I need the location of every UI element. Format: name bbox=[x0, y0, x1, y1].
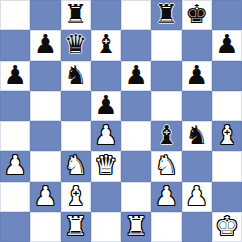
square-c6[interactable]: ♞ bbox=[61, 61, 91, 91]
square-b8[interactable] bbox=[30, 0, 60, 30]
white-queen-d3[interactable]: ♛ bbox=[94, 152, 117, 178]
square-c3[interactable]: ♞ bbox=[61, 151, 91, 181]
square-f7[interactable] bbox=[151, 30, 181, 60]
square-d8[interactable] bbox=[91, 0, 121, 30]
white-rook-e1[interactable]: ♜ bbox=[124, 213, 147, 239]
square-a1[interactable] bbox=[0, 212, 30, 242]
square-f6[interactable] bbox=[151, 61, 181, 91]
square-d5[interactable]: ♟ bbox=[91, 91, 121, 121]
square-c4[interactable] bbox=[61, 121, 91, 151]
square-e1[interactable]: ♜ bbox=[121, 212, 151, 242]
square-b7[interactable]: ♟ bbox=[30, 30, 60, 60]
black-pawn-b7[interactable]: ♟ bbox=[34, 31, 57, 57]
square-b6[interactable] bbox=[30, 61, 60, 91]
white-king-h1[interactable]: ♚ bbox=[215, 213, 238, 239]
black-pawn-a6[interactable]: ♟ bbox=[3, 62, 26, 88]
square-h7[interactable]: ♟ bbox=[212, 30, 242, 60]
black-bishop-d7[interactable]: ♝ bbox=[94, 31, 117, 57]
square-g8[interactable]: ♚ bbox=[182, 0, 212, 30]
square-d6[interactable] bbox=[91, 61, 121, 91]
square-f4[interactable]: ♝ bbox=[151, 121, 181, 151]
square-h1[interactable]: ♚ bbox=[212, 212, 242, 242]
square-c1[interactable]: ♜ bbox=[61, 212, 91, 242]
square-e3[interactable] bbox=[121, 151, 151, 181]
square-f3[interactable]: ♞ bbox=[151, 151, 181, 181]
black-pawn-e6[interactable]: ♟ bbox=[124, 62, 147, 88]
square-a5[interactable] bbox=[0, 91, 30, 121]
square-a3[interactable]: ♟ bbox=[0, 151, 30, 181]
square-e4[interactable] bbox=[121, 121, 151, 151]
square-a7[interactable] bbox=[0, 30, 30, 60]
white-pawn-f2[interactable]: ♟ bbox=[155, 183, 178, 209]
black-king-g8[interactable]: ♚ bbox=[185, 1, 208, 27]
square-a8[interactable] bbox=[0, 0, 30, 30]
square-g2[interactable]: ♟ bbox=[182, 182, 212, 212]
square-d3[interactable]: ♛ bbox=[91, 151, 121, 181]
square-g7[interactable] bbox=[182, 30, 212, 60]
square-h6[interactable] bbox=[212, 61, 242, 91]
white-pawn-d4[interactable]: ♟ bbox=[94, 122, 117, 148]
white-bishop-c2[interactable]: ♝ bbox=[64, 183, 87, 209]
black-bishop-f4[interactable]: ♝ bbox=[155, 122, 178, 148]
black-pawn-h7[interactable]: ♟ bbox=[215, 31, 238, 57]
black-queen-c7[interactable]: ♛ bbox=[64, 31, 87, 57]
square-h3[interactable] bbox=[212, 151, 242, 181]
black-rook-c8[interactable]: ♜ bbox=[64, 1, 87, 27]
square-c5[interactable] bbox=[61, 91, 91, 121]
square-a2[interactable] bbox=[0, 182, 30, 212]
black-pawn-g6[interactable]: ♟ bbox=[185, 62, 208, 88]
square-e7[interactable] bbox=[121, 30, 151, 60]
square-g6[interactable]: ♟ bbox=[182, 61, 212, 91]
square-c2[interactable]: ♝ bbox=[61, 182, 91, 212]
square-b5[interactable] bbox=[30, 91, 60, 121]
square-e8[interactable] bbox=[121, 0, 151, 30]
square-b1[interactable] bbox=[30, 212, 60, 242]
square-g5[interactable] bbox=[182, 91, 212, 121]
black-knight-g4[interactable]: ♞ bbox=[185, 122, 208, 148]
square-g3[interactable] bbox=[182, 151, 212, 181]
square-e2[interactable] bbox=[121, 182, 151, 212]
square-e6[interactable]: ♟ bbox=[121, 61, 151, 91]
square-d7[interactable]: ♝ bbox=[91, 30, 121, 60]
square-d1[interactable] bbox=[91, 212, 121, 242]
black-rook-f8[interactable]: ♜ bbox=[155, 1, 178, 27]
square-h8[interactable] bbox=[212, 0, 242, 30]
square-a4[interactable] bbox=[0, 121, 30, 151]
square-a6[interactable]: ♟ bbox=[0, 61, 30, 91]
square-f8[interactable]: ♜ bbox=[151, 0, 181, 30]
black-knight-c6[interactable]: ♞ bbox=[64, 62, 87, 88]
square-d2[interactable] bbox=[91, 182, 121, 212]
chess-board: ♜♜♚♟♛♝♟♟♞♟♟♟♟♝♞♝♟♞♛♞♟♝♟♟♜♜♚ bbox=[0, 0, 242, 242]
black-pawn-d5[interactable]: ♟ bbox=[94, 92, 117, 118]
square-f1[interactable] bbox=[151, 212, 181, 242]
white-pawn-b2[interactable]: ♟ bbox=[34, 183, 57, 209]
square-c7[interactable]: ♛ bbox=[61, 30, 91, 60]
white-pawn-a3[interactable]: ♟ bbox=[3, 152, 26, 178]
white-pawn-g2[interactable]: ♟ bbox=[185, 183, 208, 209]
square-b3[interactable] bbox=[30, 151, 60, 181]
square-f5[interactable] bbox=[151, 91, 181, 121]
square-h4[interactable]: ♝ bbox=[212, 121, 242, 151]
square-d4[interactable]: ♟ bbox=[91, 121, 121, 151]
square-g1[interactable] bbox=[182, 212, 212, 242]
square-h2[interactable] bbox=[212, 182, 242, 212]
square-c8[interactable]: ♜ bbox=[61, 0, 91, 30]
square-b4[interactable] bbox=[30, 121, 60, 151]
white-knight-f3[interactable]: ♞ bbox=[155, 152, 178, 178]
white-bishop-h4[interactable]: ♝ bbox=[215, 122, 238, 148]
square-h5[interactable] bbox=[212, 91, 242, 121]
square-g4[interactable]: ♞ bbox=[182, 121, 212, 151]
square-e5[interactable] bbox=[121, 91, 151, 121]
white-knight-c3[interactable]: ♞ bbox=[64, 152, 87, 178]
square-b2[interactable]: ♟ bbox=[30, 182, 60, 212]
square-f2[interactable]: ♟ bbox=[151, 182, 181, 212]
white-rook-c1[interactable]: ♜ bbox=[64, 213, 87, 239]
